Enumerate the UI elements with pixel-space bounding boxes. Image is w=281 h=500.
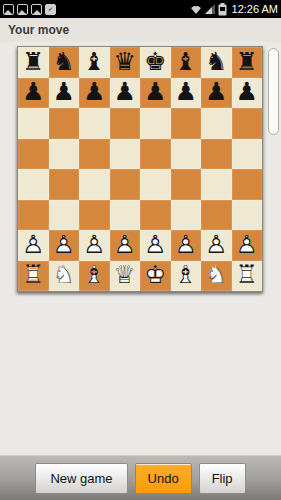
black-pawn-piece: ♟ — [140, 78, 171, 109]
square-e7[interactable]: ♟ — [140, 78, 171, 109]
square-a6[interactable] — [18, 108, 49, 139]
black-bishop-piece: ♝ — [171, 47, 202, 78]
square-f6[interactable] — [171, 108, 202, 139]
white-knight-piece: ♞♘ — [49, 261, 80, 292]
white-pawn-piece: ♟♙ — [110, 230, 141, 261]
scrollbar-thumb[interactable] — [268, 48, 279, 135]
square-e6[interactable] — [140, 108, 171, 139]
chess-board[interactable]: ♜♞♝♛♚♝♞♜♟♟♟♟♟♟♟♟♟♙♟♙♟♙♟♙♟♙♟♙♟♙♟♙♜♖♞♘♝♗♛♕… — [17, 46, 263, 292]
white-queen-piece: ♛♕ — [110, 261, 141, 292]
square-a3[interactable] — [18, 200, 49, 231]
square-g7[interactable]: ♟ — [201, 78, 232, 109]
square-c3[interactable] — [79, 200, 110, 231]
square-e8[interactable]: ♚ — [140, 47, 171, 78]
square-f4[interactable] — [171, 169, 202, 200]
square-b5[interactable] — [49, 139, 80, 170]
black-pawn-piece: ♟ — [79, 78, 110, 109]
signal-strength-icon — [204, 3, 216, 15]
square-h1[interactable]: ♜♖ — [232, 261, 263, 292]
square-h7[interactable]: ♟ — [232, 78, 263, 109]
black-pawn-piece: ♟ — [49, 78, 80, 109]
white-knight-piece: ♞♘ — [201, 261, 232, 292]
square-e3[interactable] — [140, 200, 171, 231]
square-e4[interactable] — [140, 169, 171, 200]
black-pawn-piece: ♟ — [201, 78, 232, 109]
title-bar: Your move — [0, 18, 281, 42]
flip-button[interactable]: Flip — [199, 463, 246, 494]
notification-icons: ✓ — [3, 4, 56, 15]
square-h5[interactable] — [232, 139, 263, 170]
battery-icon — [218, 3, 227, 16]
black-pawn-piece: ♟ — [110, 78, 141, 109]
black-bishop-piece: ♝ — [79, 47, 110, 78]
square-a4[interactable] — [18, 169, 49, 200]
square-b8[interactable]: ♞ — [49, 47, 80, 78]
black-rook-piece: ♜ — [232, 47, 263, 78]
square-c1[interactable]: ♝♗ — [79, 261, 110, 292]
screenshot-icon — [17, 4, 28, 15]
square-d1[interactable]: ♛♕ — [110, 261, 141, 292]
square-a5[interactable] — [18, 139, 49, 170]
square-a8[interactable]: ♜ — [18, 47, 49, 78]
square-f5[interactable] — [171, 139, 202, 170]
square-e1[interactable]: ♚♔ — [140, 261, 171, 292]
square-c7[interactable]: ♟ — [79, 78, 110, 109]
square-g3[interactable] — [201, 200, 232, 231]
square-c4[interactable] — [79, 169, 110, 200]
square-b3[interactable] — [49, 200, 80, 231]
white-rook-piece: ♜♖ — [232, 261, 263, 292]
square-g5[interactable] — [201, 139, 232, 170]
white-pawn-piece: ♟♙ — [171, 230, 202, 261]
square-a2[interactable]: ♟♙ — [18, 230, 49, 261]
white-pawn-piece: ♟♙ — [232, 230, 263, 261]
square-d4[interactable] — [110, 169, 141, 200]
white-rook-piece: ♜♖ — [18, 261, 49, 292]
square-d6[interactable] — [110, 108, 141, 139]
wifi-icon — [190, 3, 202, 15]
square-g8[interactable]: ♞ — [201, 47, 232, 78]
undo-button[interactable]: Undo — [135, 463, 192, 494]
square-c8[interactable]: ♝ — [79, 47, 110, 78]
square-b4[interactable] — [49, 169, 80, 200]
square-d2[interactable]: ♟♙ — [110, 230, 141, 261]
square-d3[interactable] — [110, 200, 141, 231]
black-king-piece: ♚ — [140, 47, 171, 78]
action-bar: New game Undo Flip — [0, 455, 281, 500]
square-c5[interactable] — [79, 139, 110, 170]
square-c6[interactable] — [79, 108, 110, 139]
status-bar: ✓ 12:26 AM — [0, 0, 281, 18]
square-h6[interactable] — [232, 108, 263, 139]
white-bishop-piece: ♝♗ — [171, 261, 202, 292]
white-pawn-piece: ♟♙ — [49, 230, 80, 261]
square-g4[interactable] — [201, 169, 232, 200]
square-b7[interactable]: ♟ — [49, 78, 80, 109]
system-status-icons: 12:26 AM — [190, 3, 278, 16]
white-pawn-piece: ♟♙ — [18, 230, 49, 261]
black-knight-piece: ♞ — [49, 47, 80, 78]
clock-text: 12:26 AM — [232, 3, 278, 15]
black-pawn-piece: ♟ — [18, 78, 49, 109]
black-queen-piece: ♛ — [110, 47, 141, 78]
square-b1[interactable]: ♞♘ — [49, 261, 80, 292]
square-h4[interactable] — [232, 169, 263, 200]
square-a7[interactable]: ♟ — [18, 78, 49, 109]
gallery-icon — [31, 4, 42, 15]
black-knight-piece: ♞ — [201, 47, 232, 78]
black-rook-piece: ♜ — [18, 47, 49, 78]
square-f2[interactable]: ♟♙ — [171, 230, 202, 261]
square-h2[interactable]: ♟♙ — [232, 230, 263, 261]
square-f1[interactable]: ♝♗ — [171, 261, 202, 292]
square-d8[interactable]: ♛ — [110, 47, 141, 78]
white-bishop-piece: ♝♗ — [79, 261, 110, 292]
clipboard-icon: ✓ — [45, 4, 56, 15]
turn-status-text: Your move — [8, 23, 69, 37]
square-h3[interactable] — [232, 200, 263, 231]
square-d7[interactable]: ♟ — [110, 78, 141, 109]
new-game-button[interactable]: New game — [35, 463, 127, 494]
square-c2[interactable]: ♟♙ — [79, 230, 110, 261]
square-h8[interactable]: ♜ — [232, 47, 263, 78]
screenshot-icon — [3, 4, 14, 15]
black-pawn-piece: ♟ — [171, 78, 202, 109]
white-pawn-piece: ♟♙ — [140, 230, 171, 261]
white-king-piece: ♚♔ — [140, 261, 171, 292]
square-b2[interactable]: ♟♙ — [49, 230, 80, 261]
square-e2[interactable]: ♟♙ — [140, 230, 171, 261]
square-f3[interactable] — [171, 200, 202, 231]
square-a1[interactable]: ♜♖ — [18, 261, 49, 292]
square-g2[interactable]: ♟♙ — [201, 230, 232, 261]
square-f8[interactable]: ♝ — [171, 47, 202, 78]
white-pawn-piece: ♟♙ — [201, 230, 232, 261]
square-b6[interactable] — [49, 108, 80, 139]
app-screen: ✓ 12:26 AM Your move ♜♞♝♛♚♝♞♜♟♟♟♟♟♟♟♟♟♙♟… — [0, 0, 281, 500]
square-e5[interactable] — [140, 139, 171, 170]
square-g1[interactable]: ♞♘ — [201, 261, 232, 292]
square-f7[interactable]: ♟ — [171, 78, 202, 109]
white-pawn-piece: ♟♙ — [79, 230, 110, 261]
square-d5[interactable] — [110, 139, 141, 170]
black-pawn-piece: ♟ — [232, 78, 263, 109]
square-g6[interactable] — [201, 108, 232, 139]
